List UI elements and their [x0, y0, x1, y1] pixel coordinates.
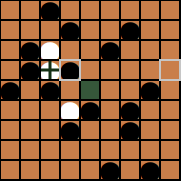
- cell-r7c2[interactable]: [41, 141, 59, 159]
- black-stone: ●: [121, 21, 139, 39]
- cell-r3c1[interactable]: ●: [21, 61, 39, 79]
- cell-r2c1[interactable]: ●: [21, 41, 39, 59]
- cell-r1c3[interactable]: ●: [61, 21, 79, 39]
- cell-r1c4[interactable]: [81, 21, 99, 39]
- cell-r4c8[interactable]: [161, 81, 179, 99]
- black-stone: ●: [121, 121, 139, 139]
- cell-r6c2[interactable]: [41, 121, 59, 139]
- cell-r5c4[interactable]: ●: [81, 101, 99, 119]
- cell-r1c6[interactable]: ●: [121, 21, 139, 39]
- cell-r7c5[interactable]: [101, 141, 119, 159]
- cell-r1c5[interactable]: [101, 21, 119, 39]
- cell-r8c8[interactable]: [161, 161, 179, 179]
- cell-r5c8[interactable]: [161, 101, 179, 119]
- cell-r6c4[interactable]: [81, 121, 99, 139]
- cell-r6c5[interactable]: [101, 121, 119, 139]
- cell-r2c6[interactable]: [121, 41, 139, 59]
- cell-r8c1[interactable]: [21, 161, 39, 179]
- cell-r0c5[interactable]: [101, 1, 119, 19]
- black-stone: ●: [61, 121, 79, 139]
- cell-r7c3[interactable]: [61, 141, 79, 159]
- cell-r8c0[interactable]: [1, 161, 19, 179]
- cell-r0c7[interactable]: [141, 1, 159, 19]
- cell-r5c2[interactable]: [41, 101, 59, 119]
- cell-r5c1[interactable]: [21, 101, 39, 119]
- cell-r2c0[interactable]: [1, 41, 19, 59]
- black-stone: ●: [81, 101, 99, 119]
- framed-cell-r3c8[interactable]: [161, 61, 179, 79]
- cell-r2c4[interactable]: [81, 41, 99, 59]
- cell-r1c7[interactable]: [141, 21, 159, 39]
- cell-r4c7[interactable]: ●: [141, 81, 159, 99]
- cell-r1c2[interactable]: [41, 21, 59, 39]
- black-stone: ●: [141, 161, 159, 179]
- cell-r4c6[interactable]: [121, 81, 139, 99]
- green-highlight-cell-r4c4[interactable]: [81, 81, 99, 99]
- cell-r0c1[interactable]: [21, 1, 39, 19]
- black-stone: ●: [41, 1, 59, 19]
- cell-r6c7[interactable]: [141, 121, 159, 139]
- cell-r5c6[interactable]: ●: [121, 101, 139, 119]
- cell-r0c4[interactable]: [81, 1, 99, 19]
- cell-r1c8[interactable]: [161, 21, 179, 39]
- cell-r5c3[interactable]: ●: [61, 101, 79, 119]
- black-stone: ●: [101, 41, 119, 59]
- cell-r0c6[interactable]: [121, 1, 139, 19]
- cell-r5c0[interactable]: [1, 101, 19, 119]
- cell-r6c6[interactable]: ●: [121, 121, 139, 139]
- cell-r3c2[interactable]: ●: [41, 61, 59, 79]
- black-stone: ●: [61, 61, 79, 79]
- cell-r7c8[interactable]: [161, 141, 179, 159]
- framed-cell-r3c3[interactable]: ●: [61, 61, 79, 79]
- cell-r7c7[interactable]: [141, 141, 159, 159]
- cell-r2c5[interactable]: ●: [101, 41, 119, 59]
- cell-r1c0[interactable]: [1, 21, 19, 39]
- cell-r3c4[interactable]: [81, 61, 99, 79]
- cell-r0c3[interactable]: [61, 1, 79, 19]
- cross-marker-horizontal: [41, 69, 59, 72]
- cell-r7c4[interactable]: [81, 141, 99, 159]
- cell-r4c5[interactable]: [101, 81, 119, 99]
- cell-r3c0[interactable]: [1, 61, 19, 79]
- cell-r7c0[interactable]: [1, 141, 19, 159]
- black-stone: ●: [21, 61, 39, 79]
- cell-r0c0[interactable]: [1, 1, 19, 19]
- cell-r8c6[interactable]: [121, 161, 139, 179]
- cell-r0c8[interactable]: [161, 1, 179, 19]
- cell-r2c2[interactable]: ●: [41, 41, 59, 59]
- cell-r1c1[interactable]: [21, 21, 39, 39]
- cell-r7c1[interactable]: [21, 141, 39, 159]
- black-stone: ●: [121, 101, 139, 119]
- black-stone: ●: [101, 161, 119, 179]
- cell-r2c3[interactable]: [61, 41, 79, 59]
- game-board: ●●●●●●●●●●●●●●●●●●●: [0, 0, 181, 181]
- cell-r8c3[interactable]: [61, 161, 79, 179]
- cell-r4c3[interactable]: [61, 81, 79, 99]
- black-stone: ●: [41, 81, 59, 99]
- cell-r3c5[interactable]: [101, 61, 119, 79]
- cell-r2c7[interactable]: [141, 41, 159, 59]
- black-stone: ●: [141, 81, 159, 99]
- cell-r6c8[interactable]: [161, 121, 179, 139]
- cell-r0c2[interactable]: ●: [41, 1, 59, 19]
- cell-r4c0[interactable]: ●: [1, 81, 19, 99]
- cell-r6c3[interactable]: ●: [61, 121, 79, 139]
- cell-r6c0[interactable]: [1, 121, 19, 139]
- cell-r3c6[interactable]: [121, 61, 139, 79]
- cell-r5c5[interactable]: [101, 101, 119, 119]
- white-stone: ●: [41, 41, 59, 59]
- cell-r8c5[interactable]: ●: [101, 161, 119, 179]
- cell-r4c1[interactable]: [21, 81, 39, 99]
- cell-r8c4[interactable]: [81, 161, 99, 179]
- cell-r8c7[interactable]: ●: [141, 161, 159, 179]
- black-stone: ●: [1, 81, 19, 99]
- black-stone: ●: [21, 41, 39, 59]
- black-stone: ●: [61, 21, 79, 39]
- cell-r7c6[interactable]: [121, 141, 139, 159]
- cell-r8c2[interactable]: [41, 161, 59, 179]
- cell-r4c2[interactable]: ●: [41, 81, 59, 99]
- cell-r2c8[interactable]: [161, 41, 179, 59]
- cell-r3c7[interactable]: [141, 61, 159, 79]
- cell-r5c7[interactable]: [141, 101, 159, 119]
- white-stone: ●: [61, 101, 79, 119]
- cell-r6c1[interactable]: [21, 121, 39, 139]
